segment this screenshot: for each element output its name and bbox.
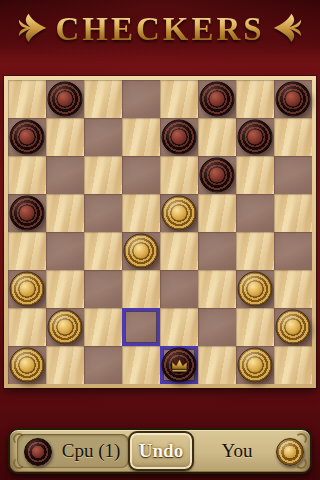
gold-piece[interactable]	[238, 272, 273, 307]
square-r6c0[interactable]	[8, 308, 46, 346]
square-r7c5[interactable]	[198, 346, 236, 384]
king-crown-icon	[169, 357, 189, 373]
square-r2c2[interactable]	[84, 156, 122, 194]
square-r6c6[interactable]	[236, 308, 274, 346]
square-r4c5[interactable]	[198, 232, 236, 270]
square-r0c2[interactable]	[84, 80, 122, 118]
square-r3c7[interactable]	[274, 194, 312, 232]
square-r0c5[interactable]	[198, 80, 236, 118]
square-r7c2[interactable]	[84, 346, 122, 384]
square-r1c0[interactable]	[8, 118, 46, 156]
checkers-app: CHECKERS Cpu (1) Undo You	[0, 0, 320, 480]
square-r2c3[interactable]	[122, 156, 160, 194]
status-bar: Cpu (1) Undo You	[8, 428, 312, 474]
square-r7c6[interactable]	[236, 346, 274, 384]
square-r5c3[interactable]	[122, 270, 160, 308]
square-r2c6[interactable]	[236, 156, 274, 194]
red-piece[interactable]	[10, 120, 45, 155]
square-r4c3[interactable]	[122, 232, 160, 270]
square-r4c6[interactable]	[236, 232, 274, 270]
board-grid	[8, 80, 312, 384]
square-r2c0[interactable]	[8, 156, 46, 194]
square-r0c0[interactable]	[8, 80, 46, 118]
square-r7c7[interactable]	[274, 346, 312, 384]
square-r7c1[interactable]	[46, 346, 84, 384]
board-frame	[4, 76, 316, 388]
square-r0c4[interactable]	[160, 80, 198, 118]
square-r1c3[interactable]	[122, 118, 160, 156]
red-king-piece[interactable]	[162, 348, 197, 383]
square-r6c5[interactable]	[198, 308, 236, 346]
gold-piece[interactable]	[162, 196, 197, 231]
square-r0c6[interactable]	[236, 80, 274, 118]
square-r5c5[interactable]	[198, 270, 236, 308]
red-piece[interactable]	[200, 158, 235, 193]
cpu-player-label: Cpu (1)	[52, 430, 130, 472]
square-r3c1[interactable]	[46, 194, 84, 232]
square-r3c5[interactable]	[198, 194, 236, 232]
square-r7c3[interactable]	[122, 346, 160, 384]
square-r7c4[interactable]	[160, 346, 198, 384]
square-r0c7[interactable]	[274, 80, 312, 118]
title-left-ornament-icon	[18, 13, 48, 43]
square-r1c6[interactable]	[236, 118, 274, 156]
square-r0c3[interactable]	[122, 80, 160, 118]
title-bar: CHECKERS	[0, 0, 320, 56]
gold-piece[interactable]	[10, 348, 45, 383]
square-r2c4[interactable]	[160, 156, 198, 194]
square-r6c4[interactable]	[160, 308, 198, 346]
square-r0c1[interactable]	[46, 80, 84, 118]
gold-piece[interactable]	[48, 310, 83, 345]
gold-piece[interactable]	[238, 348, 273, 383]
square-r3c6[interactable]	[236, 194, 274, 232]
square-r3c2[interactable]	[84, 194, 122, 232]
square-r1c7[interactable]	[274, 118, 312, 156]
red-piece[interactable]	[48, 82, 83, 117]
red-piece[interactable]	[10, 196, 45, 231]
you-piece-icon	[276, 438, 304, 466]
square-r5c1[interactable]	[46, 270, 84, 308]
square-r3c0[interactable]	[8, 194, 46, 232]
square-r3c4[interactable]	[160, 194, 198, 232]
square-r1c5[interactable]	[198, 118, 236, 156]
square-r6c2[interactable]	[84, 308, 122, 346]
square-r5c2[interactable]	[84, 270, 122, 308]
square-r5c0[interactable]	[8, 270, 46, 308]
square-r5c4[interactable]	[160, 270, 198, 308]
you-player-label: You	[198, 430, 276, 472]
red-piece[interactable]	[238, 120, 273, 155]
square-r2c5[interactable]	[198, 156, 236, 194]
square-r1c1[interactable]	[46, 118, 84, 156]
red-piece[interactable]	[200, 82, 235, 117]
red-piece[interactable]	[276, 82, 311, 117]
square-r4c4[interactable]	[160, 232, 198, 270]
red-piece[interactable]	[162, 120, 197, 155]
square-r4c2[interactable]	[84, 232, 122, 270]
square-r2c1[interactable]	[46, 156, 84, 194]
cpu-piece-icon	[24, 438, 52, 466]
gold-piece[interactable]	[124, 234, 159, 269]
square-r6c1[interactable]	[46, 308, 84, 346]
square-r5c7[interactable]	[274, 270, 312, 308]
title-right-ornament-icon	[272, 13, 302, 43]
square-r5c6[interactable]	[236, 270, 274, 308]
gold-piece[interactable]	[276, 310, 311, 345]
square-r4c0[interactable]	[8, 232, 46, 270]
square-r2c7[interactable]	[274, 156, 312, 194]
app-title: CHECKERS	[55, 11, 264, 46]
square-r6c7[interactable]	[274, 308, 312, 346]
square-r4c7[interactable]	[274, 232, 312, 270]
square-r1c2[interactable]	[84, 118, 122, 156]
square-r7c0[interactable]	[8, 346, 46, 384]
undo-button[interactable]: Undo	[128, 431, 194, 471]
square-r1c4[interactable]	[160, 118, 198, 156]
square-r6c3[interactable]	[122, 308, 160, 346]
square-r3c3[interactable]	[122, 194, 160, 232]
square-r4c1[interactable]	[46, 232, 84, 270]
gold-piece[interactable]	[10, 272, 45, 307]
